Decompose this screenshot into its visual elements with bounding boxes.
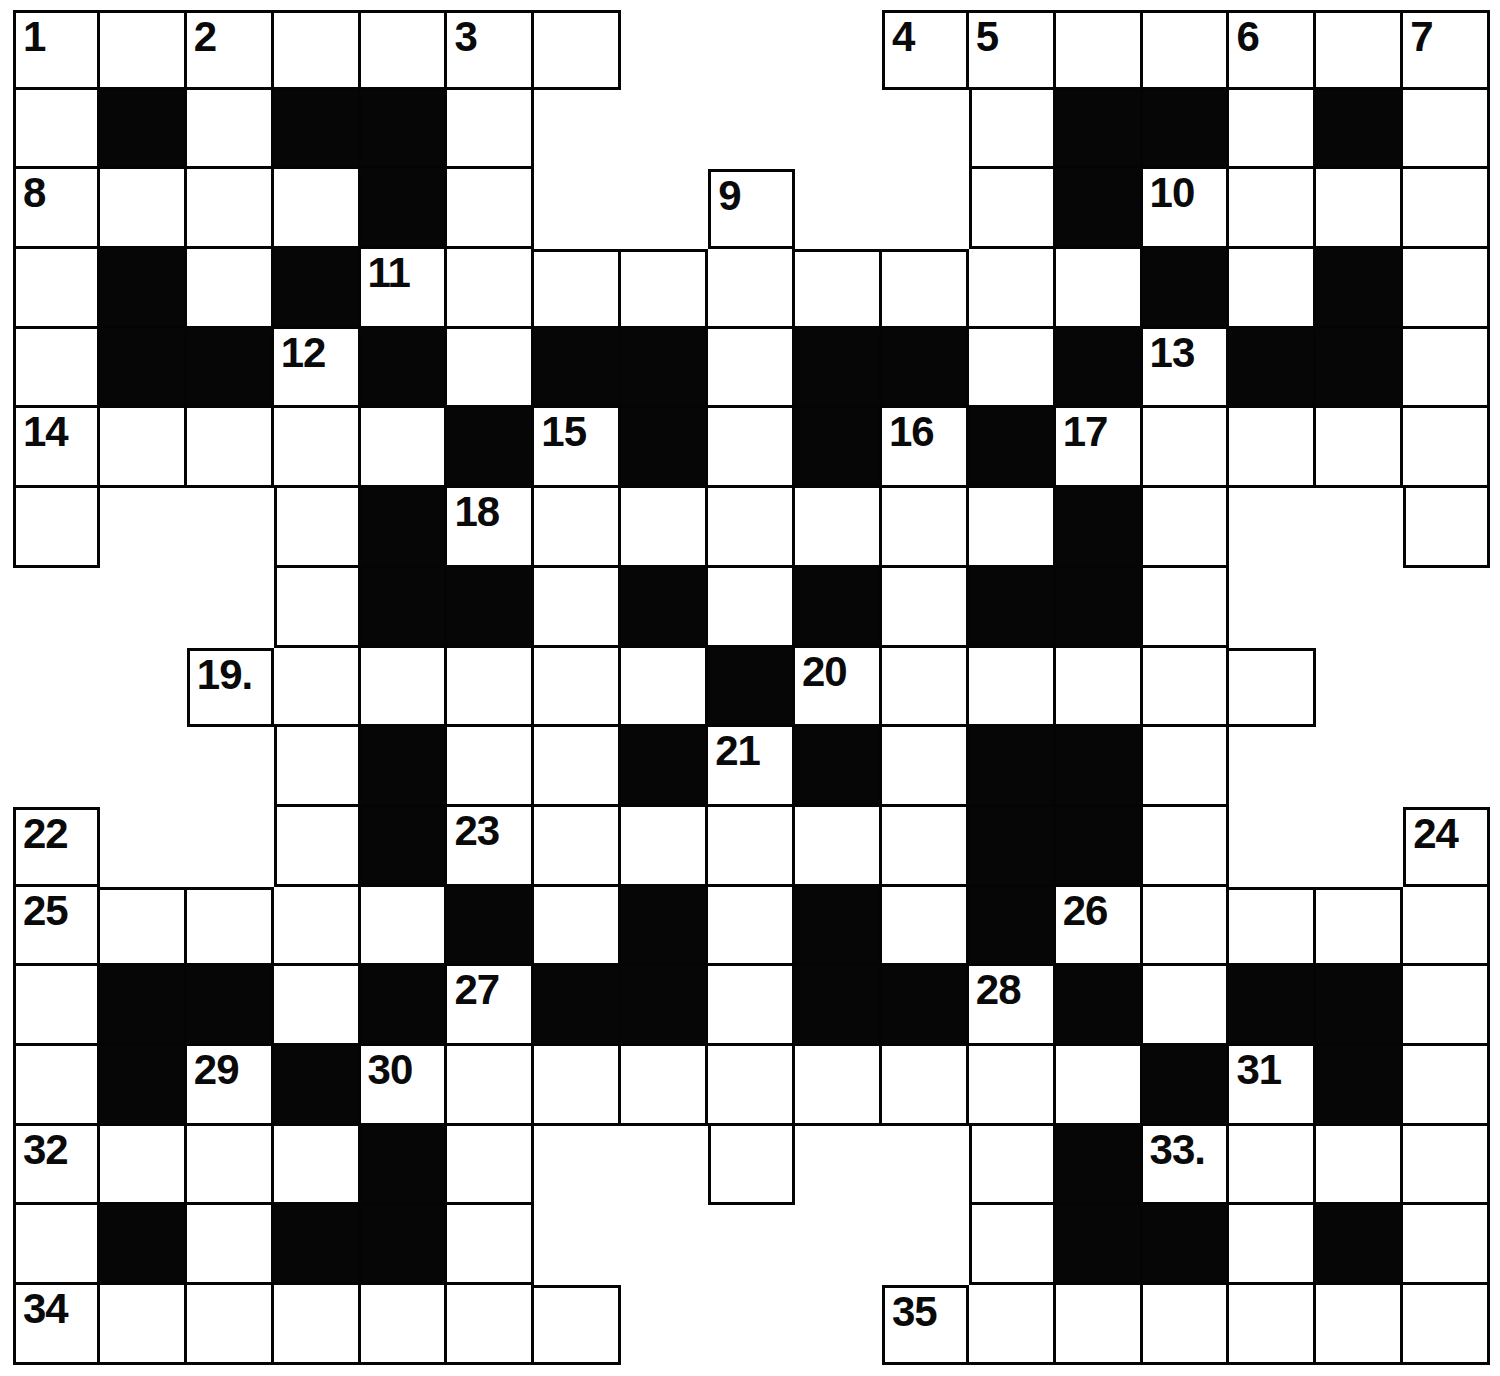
cell-r13-c12[interactable] [1056,1046,1143,1126]
cell-r14-c16[interactable] [1403,1126,1490,1206]
cell-r16-c10[interactable]: 35 [882,1285,969,1365]
clue-number-26: 26 [1063,889,1108,933]
cell-r10-c13[interactable] [1143,807,1230,887]
cell-r7-c13[interactable] [1143,568,1230,648]
cell-r16-c2[interactable] [187,1285,274,1365]
cell-r10-c9[interactable] [795,807,882,887]
block-r7-c11 [969,568,1056,648]
cell-r2-c2[interactable] [187,169,274,249]
cell-r16-c13[interactable] [1143,1285,1230,1365]
block-r6-c12 [1056,488,1143,568]
cell-r8-c9[interactable]: 20 [795,648,882,728]
block-r12-c10 [882,966,969,1046]
outside-r14-c10 [882,1126,969,1206]
cell-r1-c5[interactable] [447,90,534,170]
clue-number-28: 28 [976,968,1021,1012]
cell-r3-c5[interactable] [447,249,534,329]
clue-number-8: 8 [23,171,45,215]
cell-r16-c11[interactable] [969,1285,1056,1365]
cell-r10-c16[interactable]: 24 [1403,807,1490,887]
block-r11-c7 [621,887,708,967]
cell-r6-c9[interactable] [795,488,882,568]
block-r12-c2 [187,966,274,1046]
cell-r16-c12[interactable] [1056,1285,1143,1365]
cell-r15-c16[interactable] [1403,1205,1490,1285]
cell-r11-c8[interactable] [708,887,795,967]
cell-r3-c4[interactable]: 11 [361,249,448,329]
cell-r4-c13[interactable]: 13 [1143,329,1230,409]
cell-r12-c8[interactable] [708,966,795,1046]
block-r4-c10 [882,329,969,409]
outside-r1-c6 [534,90,621,170]
crossword-grid: 12345678910111213141516171819.2021222324… [13,10,1490,1365]
cell-r15-c11[interactable] [969,1205,1056,1285]
cell-r11-c6[interactable] [534,887,621,967]
cell-r4-c11[interactable] [969,329,1056,409]
cell-r1-c14[interactable] [1229,90,1316,170]
cell-r10-c7[interactable] [621,807,708,887]
block-r8-c8 [708,648,795,728]
clue-number-19: 19. [197,653,252,697]
cell-r16-c6[interactable] [534,1285,621,1365]
cell-r8-c12[interactable] [1056,648,1143,728]
cell-r10-c5[interactable]: 23 [447,807,534,887]
cell-r15-c5[interactable] [447,1205,534,1285]
cell-r3-c10[interactable] [882,249,969,329]
outside-r8-c15 [1316,648,1403,728]
cell-r2-c5[interactable] [447,169,534,249]
cell-r13-c9[interactable] [795,1046,882,1126]
outside-r7-c14 [1229,568,1316,648]
outside-r9-c15 [1316,727,1403,807]
outside-r2-c10 [882,169,969,249]
block-r15-c13 [1143,1205,1230,1285]
cell-r14-c11[interactable] [969,1126,1056,1206]
outside-r16-c8 [708,1285,795,1365]
block-r12-c14 [1229,966,1316,1046]
outside-r10-c14 [1229,807,1316,887]
cell-r3-c2[interactable] [187,249,274,329]
outside-r8-c0 [13,648,100,728]
block-r4-c7 [621,329,708,409]
outside-r15-c10 [882,1205,969,1285]
cell-r15-c0[interactable] [13,1205,100,1285]
block-r2-c4 [361,169,448,249]
clue-number-7: 7 [1410,15,1432,59]
cell-r6-c7[interactable] [621,488,708,568]
block-r4-c12 [1056,329,1143,409]
cell-r8-c6[interactable] [534,648,621,728]
block-r12-c6 [534,966,621,1046]
cell-r11-c4[interactable] [361,887,448,967]
block-r10-c12 [1056,807,1143,887]
cell-r8-c10[interactable] [882,648,969,728]
block-r9-c4 [361,727,448,807]
cell-r8-c5[interactable] [447,648,534,728]
outside-r1-c10 [882,90,969,170]
block-r1-c1 [100,90,187,170]
cell-r16-c15[interactable] [1316,1285,1403,1365]
clue-number-31: 31 [1236,1048,1281,1092]
cell-r5-c16[interactable] [1403,408,1490,488]
cell-r14-c14[interactable] [1229,1126,1316,1206]
cell-r7-c10[interactable] [882,568,969,648]
block-r5-c7 [621,408,708,488]
block-r7-c12 [1056,568,1143,648]
outside-r8-c1 [100,648,187,728]
cell-r13-c7[interactable] [621,1046,708,1126]
outside-r9-c16 [1403,727,1490,807]
cell-r14-c13[interactable]: 33. [1143,1126,1230,1206]
cell-r0-c14[interactable]: 6 [1229,10,1316,90]
cell-r2-c11[interactable] [969,169,1056,249]
clue-number-2: 2 [194,15,216,59]
cell-r0-c0[interactable]: 1 [13,10,100,90]
cell-r2-c1[interactable] [100,169,187,249]
outside-r2-c6 [534,169,621,249]
clue-number-15: 15 [541,410,586,454]
cell-r6-c13[interactable] [1143,488,1230,568]
cell-r8-c2[interactable]: 19. [187,648,274,728]
block-r9-c7 [621,727,708,807]
cell-r5-c4[interactable] [361,408,448,488]
cell-r6-c11[interactable] [969,488,1056,568]
outside-r6-c1 [100,488,187,568]
clue-number-22: 22 [23,812,68,856]
cell-r13-c14[interactable]: 31 [1229,1046,1316,1126]
cell-r16-c16[interactable] [1403,1285,1490,1365]
outside-r7-c1 [100,568,187,648]
cell-r11-c1[interactable] [100,887,187,967]
block-r15-c3 [274,1205,361,1285]
block-r13-c1 [100,1046,187,1126]
cell-r14-c1[interactable] [100,1126,187,1206]
clue-number-4: 4 [892,15,914,59]
cell-r11-c0[interactable]: 25 [13,887,100,967]
cell-r8-c13[interactable] [1143,648,1230,728]
cell-r9-c6[interactable] [534,727,621,807]
block-r1-c12 [1056,90,1143,170]
cell-r15-c2[interactable] [187,1205,274,1285]
cell-r3-c9[interactable] [795,249,882,329]
cell-r12-c11[interactable]: 28 [969,966,1056,1046]
cell-r3-c12[interactable] [1056,249,1143,329]
cell-r5-c3[interactable] [274,408,361,488]
cell-r12-c5[interactable]: 27 [447,966,534,1046]
block-r5-c9 [795,408,882,488]
cell-r14-c15[interactable] [1316,1126,1403,1206]
cell-r1-c2[interactable] [187,90,274,170]
cell-r0-c4[interactable] [361,10,448,90]
outside-r0-c7 [621,10,708,90]
block-r14-c4 [361,1126,448,1206]
cell-r12-c0[interactable] [13,966,100,1046]
outside-r7-c0 [13,568,100,648]
block-r1-c15 [1316,90,1403,170]
clue-number-13: 13 [1150,331,1195,375]
outside-r15-c7 [621,1205,708,1285]
cell-r13-c0[interactable] [13,1046,100,1126]
clue-number-9: 9 [718,174,740,218]
cell-r8-c7[interactable] [621,648,708,728]
cell-r8-c3[interactable] [274,648,361,728]
cell-r0-c15[interactable] [1316,10,1403,90]
clue-number-32: 32 [23,1128,68,1172]
cell-r0-c1[interactable] [100,10,187,90]
cell-r0-c3[interactable] [274,10,361,90]
cell-r4-c3[interactable]: 12 [274,329,361,409]
cell-r6-c16[interactable] [1403,488,1490,568]
cell-r9-c3[interactable] [274,727,361,807]
clue-number-14: 14 [23,410,68,454]
cell-r14-c0[interactable]: 32 [13,1126,100,1206]
outside-r9-c1 [100,727,187,807]
cell-r15-c14[interactable] [1229,1205,1316,1285]
clue-number-17: 17 [1063,410,1108,454]
clue-number-30: 30 [368,1048,413,1092]
cell-r0-c13[interactable] [1143,10,1230,90]
clue-number-24: 24 [1413,812,1458,856]
cell-r5-c6[interactable]: 15 [534,408,621,488]
clue-number-23: 23 [454,809,499,853]
block-r7-c9 [795,568,882,648]
block-r7-c7 [621,568,708,648]
clue-number-1: 1 [23,15,45,59]
outside-r7-c2 [187,568,274,648]
cell-r0-c5[interactable]: 3 [447,10,534,90]
block-r5-c11 [969,408,1056,488]
clue-number-12: 12 [281,331,326,375]
cell-r6-c3[interactable] [274,488,361,568]
block-r10-c11 [969,807,1056,887]
outside-r10-c2 [187,807,274,887]
block-r4-c4 [361,329,448,409]
block-r11-c9 [795,887,882,967]
block-r1-c13 [1143,90,1230,170]
cell-r8-c14[interactable] [1229,648,1316,728]
cell-r6-c6[interactable] [534,488,621,568]
block-r10-c4 [361,807,448,887]
block-r7-c4 [361,568,448,648]
cell-r5-c15[interactable] [1316,408,1403,488]
cell-r5-c0[interactable]: 14 [13,408,100,488]
block-r4-c14 [1229,329,1316,409]
block-r1-c3 [274,90,361,170]
cell-r6-c8[interactable] [708,488,795,568]
clue-number-16: 16 [889,410,934,454]
clue-number-20: 20 [802,650,847,694]
cell-r0-c2[interactable]: 2 [187,10,274,90]
cell-r0-c11[interactable]: 5 [969,10,1056,90]
cell-r10-c8[interactable] [708,807,795,887]
cell-r11-c3[interactable] [274,887,361,967]
cell-r3-c6[interactable] [534,249,621,329]
outside-r2-c9 [795,169,882,249]
cell-r16-c4[interactable] [361,1285,448,1365]
cell-r6-c0[interactable] [13,488,100,568]
cell-r0-c10[interactable]: 4 [882,10,969,90]
cell-r7-c8[interactable] [708,568,795,648]
cell-r7-c6[interactable] [534,568,621,648]
block-r13-c15 [1316,1046,1403,1126]
cell-r13-c5[interactable] [447,1046,534,1126]
cell-r10-c3[interactable] [274,807,361,887]
cell-r11-c10[interactable] [882,887,969,967]
outside-r6-c14 [1229,488,1316,568]
block-r12-c4 [361,966,448,1046]
outside-r8-c16 [1403,648,1490,728]
cell-r9-c5[interactable] [447,727,534,807]
cell-r6-c10[interactable] [882,488,969,568]
block-r3-c1 [100,249,187,329]
cell-r0-c12[interactable] [1056,10,1143,90]
block-r12-c9 [795,966,882,1046]
cell-r14-c5[interactable] [447,1126,534,1206]
cell-r16-c14[interactable] [1229,1285,1316,1365]
clue-number-18: 18 [454,490,499,534]
block-r5-c5 [447,408,534,488]
cell-r4-c5[interactable] [447,329,534,409]
cell-r10-c6[interactable] [534,807,621,887]
cell-r3-c8[interactable] [708,249,795,329]
cell-r3-c11[interactable] [969,249,1056,329]
cell-r2-c0[interactable]: 8 [13,169,100,249]
outside-r16-c9 [795,1285,882,1365]
cell-r2-c13[interactable]: 10 [1143,169,1230,249]
cell-r5-c10[interactable]: 16 [882,408,969,488]
block-r3-c15 [1316,249,1403,329]
cell-r11-c13[interactable] [1143,887,1230,967]
cell-r5-c8[interactable] [708,408,795,488]
cell-r6-c5[interactable]: 18 [447,488,534,568]
cell-r10-c0[interactable]: 22 [13,807,100,887]
cell-r3-c14[interactable] [1229,249,1316,329]
cell-r3-c16[interactable] [1403,249,1490,329]
block-r7-c5 [447,568,534,648]
cell-r1-c16[interactable] [1403,90,1490,170]
block-r15-c1 [100,1205,187,1285]
cell-r10-c10[interactable] [882,807,969,887]
outside-r10-c1 [100,807,187,887]
cell-r8-c11[interactable] [969,648,1056,728]
outside-r9-c2 [187,727,274,807]
cell-r2-c16[interactable] [1403,169,1490,249]
clue-number-10: 10 [1150,171,1195,215]
outside-r1-c7 [621,90,708,170]
cell-r4-c0[interactable] [13,329,100,409]
cell-r11-c12[interactable]: 26 [1056,887,1143,967]
cell-r5-c13[interactable] [1143,408,1230,488]
block-r11-c5 [447,887,534,967]
block-r15-c15 [1316,1205,1403,1285]
outside-r14-c6 [534,1126,621,1206]
cell-r0-c6[interactable] [534,10,621,90]
outside-r14-c9 [795,1126,882,1206]
cell-r0-c16[interactable]: 7 [1403,10,1490,90]
cell-r9-c10[interactable] [882,727,969,807]
cell-r12-c16[interactable] [1403,966,1490,1046]
cell-r2-c3[interactable] [274,169,361,249]
outside-r16-c7 [621,1285,708,1365]
block-r11-c11 [969,887,1056,967]
cell-r12-c13[interactable] [1143,966,1230,1046]
cell-r4-c16[interactable] [1403,329,1490,409]
cell-r16-c3[interactable] [274,1285,361,1365]
cell-r14-c8[interactable] [708,1126,795,1206]
cell-r9-c8[interactable]: 21 [708,727,795,807]
block-r3-c3 [274,249,361,329]
clue-number-35: 35 [892,1290,937,1334]
block-r12-c7 [621,966,708,1046]
cell-r13-c11[interactable] [969,1046,1056,1126]
cell-r2-c14[interactable] [1229,169,1316,249]
block-r9-c9 [795,727,882,807]
cell-r5-c12[interactable]: 17 [1056,408,1143,488]
block-r12-c15 [1316,966,1403,1046]
cell-r5-c2[interactable] [187,408,274,488]
cell-r13-c10[interactable] [882,1046,969,1126]
cell-r2-c15[interactable] [1316,169,1403,249]
block-r12-c1 [100,966,187,1046]
cell-r16-c5[interactable] [447,1285,534,1365]
cell-r14-c2[interactable] [187,1126,274,1206]
block-r12-c12 [1056,966,1143,1046]
outside-r15-c9 [795,1205,882,1285]
cell-r5-c1[interactable] [100,408,187,488]
cell-r7-c3[interactable] [274,568,361,648]
cell-r16-c0[interactable]: 34 [13,1285,100,1365]
cell-r12-c3[interactable] [274,966,361,1046]
cell-r1-c11[interactable] [969,90,1056,170]
block-r15-c4 [361,1205,448,1285]
cell-r16-c1[interactable] [100,1285,187,1365]
block-r4-c9 [795,329,882,409]
cell-r13-c6[interactable] [534,1046,621,1126]
cell-r1-c0[interactable] [13,90,100,170]
block-r6-c4 [361,488,448,568]
block-r13-c3 [274,1046,361,1126]
cell-r13-c2[interactable]: 29 [187,1046,274,1126]
outside-r9-c14 [1229,727,1316,807]
cell-r11-c14[interactable] [1229,887,1316,967]
cell-r14-c3[interactable] [274,1126,361,1206]
outside-r1-c9 [795,90,882,170]
cell-r3-c0[interactable] [13,249,100,329]
cell-r9-c13[interactable] [1143,727,1230,807]
outside-r10-c15 [1316,807,1403,887]
clue-number-25: 25 [23,889,68,933]
cell-r13-c4[interactable]: 30 [361,1046,448,1126]
cell-r3-c7[interactable] [621,249,708,329]
cell-r13-c16[interactable] [1403,1046,1490,1126]
block-r15-c12 [1056,1205,1143,1285]
cell-r11-c2[interactable] [187,887,274,967]
outside-r9-c0 [13,727,100,807]
cell-r11-c15[interactable] [1316,887,1403,967]
block-r4-c6 [534,329,621,409]
block-r2-c12 [1056,169,1143,249]
cell-r8-c4[interactable] [361,648,448,728]
cell-r2-c8[interactable]: 9 [708,169,795,249]
cell-r11-c16[interactable] [1403,887,1490,967]
outside-r15-c8 [708,1205,795,1285]
cell-r5-c14[interactable] [1229,408,1316,488]
outside-r14-c7 [621,1126,708,1206]
cell-r13-c8[interactable] [708,1046,795,1126]
block-r14-c12 [1056,1126,1143,1206]
block-r3-c13 [1143,249,1230,329]
cell-r4-c8[interactable] [708,329,795,409]
